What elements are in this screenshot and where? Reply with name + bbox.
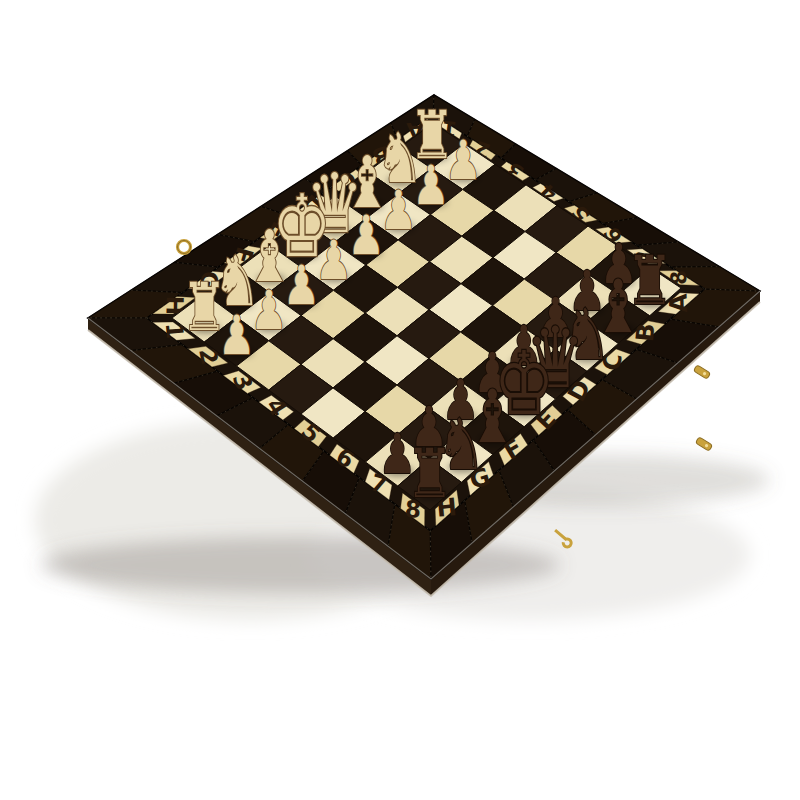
piece-white-pawn-f2: ♟	[283, 253, 320, 316]
piece-white-pawn-c2: ♟	[380, 178, 417, 241]
brass-clasp-icon	[693, 365, 710, 379]
piece-white-pawn-e2: ♟	[315, 228, 352, 291]
piece-white-pawn-a2: ♟	[445, 128, 482, 191]
piece-white-pawn-b2: ♟	[412, 153, 449, 216]
brass-latch-icon	[695, 437, 712, 451]
piece-white-pawn-d2: ♟	[347, 203, 384, 266]
chess-board: ABCDEFGH12345678ABCDEFGH12345678♜♟♞♟♝♟♛♟…	[0, 0, 800, 800]
chess-set-photo: ABCDEFGH12345678ABCDEFGH12345678♜♟♞♟♝♟♛♟…	[0, 0, 800, 800]
piece-black-rook-h8: ♜	[406, 434, 453, 512]
piece-white-pawn-g2: ♟	[250, 278, 287, 341]
piece-white-pawn-h2: ♟	[218, 303, 255, 366]
